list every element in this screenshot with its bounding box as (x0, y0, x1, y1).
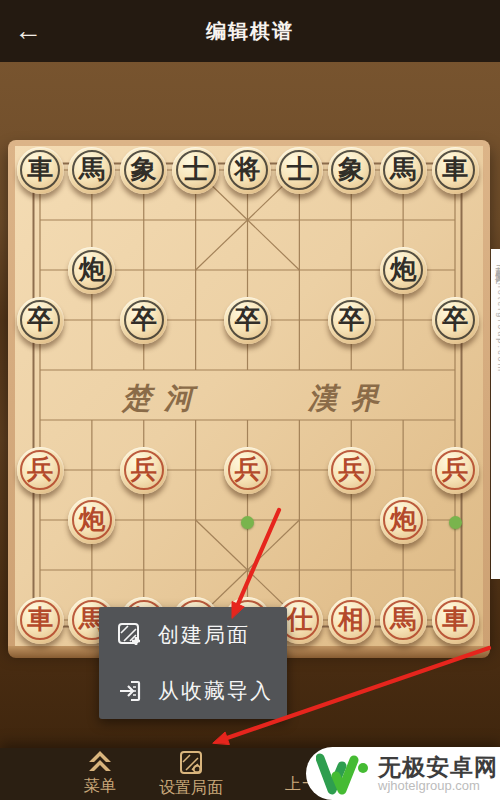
piece-兵-red[interactable]: 兵 (224, 447, 271, 494)
piece-glyph: 象 (131, 157, 157, 183)
piece-炮-black[interactable]: 炮 (380, 247, 427, 294)
piece-将-black[interactable]: 将 (224, 147, 271, 194)
piece-glyph: 兵 (235, 457, 261, 483)
piece-兵-red[interactable]: 兵 (120, 447, 167, 494)
piece-車-red[interactable]: 車 (17, 597, 64, 644)
piece-glyph: 馬 (390, 157, 416, 183)
piece-炮-red[interactable]: 炮 (68, 497, 115, 544)
piece-馬-black[interactable]: 馬 (380, 147, 427, 194)
piece-車-black[interactable]: 車 (432, 147, 479, 194)
piece-車-red[interactable]: 車 (432, 597, 479, 644)
piece-glyph: 車 (442, 607, 468, 633)
piece-卒-black[interactable]: 卒 (224, 297, 271, 344)
piece-卒-black[interactable]: 卒 (328, 297, 375, 344)
menu-item-import-favorites[interactable]: 从收藏导入 (99, 663, 287, 719)
piece-相-red[interactable]: 相 (328, 597, 375, 644)
piece-glyph: 車 (442, 157, 468, 183)
river-label-left: 楚河 (122, 379, 206, 419)
piece-glyph: 車 (27, 607, 53, 633)
watermark-logo-icon (316, 752, 370, 796)
setup-position-icon (178, 750, 204, 776)
piece-glyph: 仕 (286, 607, 312, 633)
piece-glyph: 兵 (131, 457, 157, 483)
site-watermark: 无极安卓网 wjhotelgroup.com (306, 747, 500, 800)
piece-glyph: 炮 (79, 257, 105, 283)
menu-item-create-position[interactable]: 创建局面 (99, 607, 287, 663)
side-watermark-strip: 无极安卓网 wjhotelgroup.com (491, 249, 500, 579)
create-position-icon (117, 622, 143, 648)
piece-glyph: 兵 (338, 457, 364, 483)
piece-glyph: 車 (27, 157, 53, 183)
piece-兵-red[interactable]: 兵 (432, 447, 479, 494)
piece-炮-black[interactable]: 炮 (68, 247, 115, 294)
piece-glyph: 将 (235, 157, 261, 183)
piece-兵-red[interactable]: 兵 (328, 447, 375, 494)
piece-卒-black[interactable]: 卒 (432, 297, 479, 344)
top-bar: ← 编辑棋谱 (0, 0, 500, 62)
piece-glyph: 卒 (131, 307, 157, 333)
menu-chevrons-icon (85, 750, 115, 774)
toolbar-item-setup-position[interactable]: 设置局面 (146, 750, 236, 799)
piece-馬-red[interactable]: 馬 (380, 597, 427, 644)
piece-象-black[interactable]: 象 (328, 147, 375, 194)
piece-glyph: 馬 (79, 157, 105, 183)
piece-glyph: 炮 (390, 507, 416, 533)
piece-卒-black[interactable]: 卒 (120, 297, 167, 344)
piece-士-black[interactable]: 士 (276, 147, 323, 194)
side-watermark-text: 无极安卓网 wjhotelgroup.com (492, 255, 500, 373)
toolbar-item-menu[interactable]: 菜单 (55, 750, 145, 797)
piece-glyph: 士 (183, 157, 209, 183)
piece-glyph: 卒 (338, 307, 364, 333)
green-marker-dot (241, 516, 254, 529)
piece-馬-black[interactable]: 馬 (68, 147, 115, 194)
piece-兵-red[interactable]: 兵 (17, 447, 64, 494)
piece-glyph: 炮 (79, 507, 105, 533)
piece-glyph: 卒 (235, 307, 261, 333)
toolbar-item-label: 设置局面 (159, 778, 223, 799)
page-title: 编辑棋谱 (0, 18, 500, 45)
context-menu: 创建局面 从收藏导入 (99, 607, 287, 719)
piece-車-black[interactable]: 車 (17, 147, 64, 194)
piece-glyph: 兵 (27, 457, 53, 483)
piece-glyph: 馬 (390, 607, 416, 633)
piece-glyph: 兵 (442, 457, 468, 483)
menu-item-label: 创建局面 (158, 621, 250, 649)
toolbar-item-label: 菜单 (84, 776, 116, 797)
piece-glyph: 士 (286, 157, 312, 183)
piece-glyph: 卒 (27, 307, 53, 333)
piece-glyph: 卒 (442, 307, 468, 333)
piece-炮-red[interactable]: 炮 (380, 497, 427, 544)
piece-象-black[interactable]: 象 (120, 147, 167, 194)
green-marker-dot (449, 516, 462, 529)
watermark-brand: 无极安卓网 (378, 755, 498, 779)
river-label-right: 漢界 (308, 379, 392, 419)
watermark-domain: wjhotelgroup.com (378, 779, 498, 793)
import-favorites-icon (117, 678, 143, 704)
piece-卒-black[interactable]: 卒 (17, 297, 64, 344)
xiangqi-board[interactable] (15, 146, 483, 646)
menu-item-label: 从收藏导入 (158, 677, 273, 705)
piece-glyph: 炮 (390, 257, 416, 283)
piece-glyph: 象 (338, 157, 364, 183)
piece-士-black[interactable]: 士 (172, 147, 219, 194)
piece-glyph: 相 (338, 607, 364, 633)
